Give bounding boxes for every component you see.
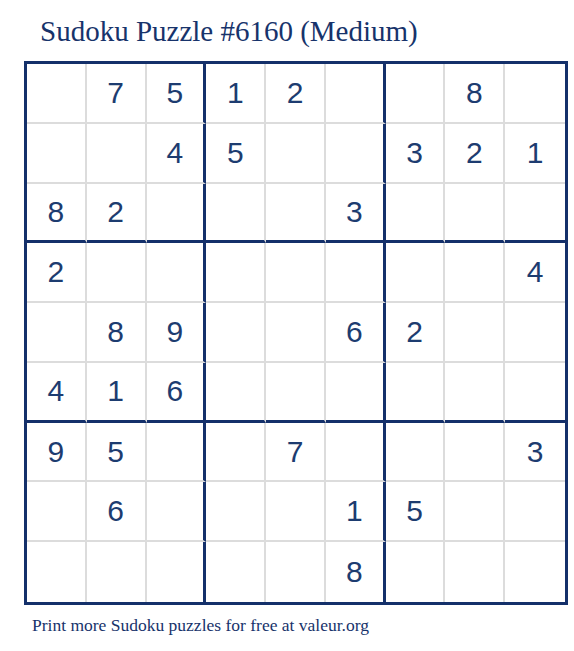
cell-r8c9 xyxy=(505,482,565,542)
cell-r6c3: 6 xyxy=(147,363,207,423)
cell-r1c8: 8 xyxy=(445,64,505,124)
cell-r8c1 xyxy=(27,482,87,542)
cell-r7c5: 7 xyxy=(266,423,326,483)
cell-r9c8 xyxy=(445,542,505,602)
cell-r3c2: 2 xyxy=(87,184,147,244)
cell-r8c7: 5 xyxy=(386,482,446,542)
cell-r3c8 xyxy=(445,184,505,244)
cell-r6c4 xyxy=(206,363,266,423)
cell-r6c7 xyxy=(386,363,446,423)
cell-r7c1: 9 xyxy=(27,423,87,483)
cell-r7c6 xyxy=(326,423,386,483)
cell-r5c2: 8 xyxy=(87,303,147,363)
cell-r9c6: 8 xyxy=(326,542,386,602)
cell-r2c8: 2 xyxy=(445,124,505,184)
cell-r3c7 xyxy=(386,184,446,244)
cell-r6c2: 1 xyxy=(87,363,147,423)
cell-r1c9 xyxy=(505,64,565,124)
cell-r3c6: 3 xyxy=(326,184,386,244)
cell-r5c5 xyxy=(266,303,326,363)
cell-r2c2 xyxy=(87,124,147,184)
cell-r1c2: 7 xyxy=(87,64,147,124)
cell-r7c3 xyxy=(147,423,207,483)
cell-r6c1: 4 xyxy=(27,363,87,423)
cell-r3c4 xyxy=(206,184,266,244)
cell-r1c7 xyxy=(386,64,446,124)
cell-r6c6 xyxy=(326,363,386,423)
cell-r4c6 xyxy=(326,243,386,303)
cell-r8c3 xyxy=(147,482,207,542)
cell-r4c8 xyxy=(445,243,505,303)
cell-r7c8 xyxy=(445,423,505,483)
cell-r7c4 xyxy=(206,423,266,483)
cell-r5c3: 9 xyxy=(147,303,207,363)
cell-r2c5 xyxy=(266,124,326,184)
cell-r4c1: 2 xyxy=(27,243,87,303)
cell-r7c7 xyxy=(386,423,446,483)
cell-r8c6: 1 xyxy=(326,482,386,542)
cell-r6c5 xyxy=(266,363,326,423)
cell-r4c3 xyxy=(147,243,207,303)
cell-r2c6 xyxy=(326,124,386,184)
cell-r5c6: 6 xyxy=(326,303,386,363)
cell-r8c2: 6 xyxy=(87,482,147,542)
cell-r9c2 xyxy=(87,542,147,602)
cell-r4c7 xyxy=(386,243,446,303)
cell-r4c2 xyxy=(87,243,147,303)
cell-r2c4: 5 xyxy=(206,124,266,184)
sudoku-board: 751284532182324896241695736158 xyxy=(24,61,568,605)
cell-r6c9 xyxy=(505,363,565,423)
page-title: Sudoku Puzzle #6160 (Medium) xyxy=(40,14,418,48)
cell-r1c6 xyxy=(326,64,386,124)
cell-r8c4 xyxy=(206,482,266,542)
cell-r9c1 xyxy=(27,542,87,602)
cell-r1c3: 5 xyxy=(147,64,207,124)
footer-text: Print more Sudoku puzzles for free at va… xyxy=(32,615,369,636)
cell-r5c9 xyxy=(505,303,565,363)
cell-r5c7: 2 xyxy=(386,303,446,363)
cell-r6c8 xyxy=(445,363,505,423)
cell-r1c5: 2 xyxy=(266,64,326,124)
cell-r7c9: 3 xyxy=(505,423,565,483)
cell-r1c4: 1 xyxy=(206,64,266,124)
cell-r9c5 xyxy=(266,542,326,602)
cell-r9c4 xyxy=(206,542,266,602)
cell-r3c5 xyxy=(266,184,326,244)
cell-r5c8 xyxy=(445,303,505,363)
cell-r1c1 xyxy=(27,64,87,124)
cell-r2c7: 3 xyxy=(386,124,446,184)
cell-r4c5 xyxy=(266,243,326,303)
cell-r4c4 xyxy=(206,243,266,303)
cell-r5c4 xyxy=(206,303,266,363)
cell-r9c9 xyxy=(505,542,565,602)
cell-r2c3: 4 xyxy=(147,124,207,184)
cell-r4c9: 4 xyxy=(505,243,565,303)
cell-r2c9: 1 xyxy=(505,124,565,184)
cell-r9c7 xyxy=(386,542,446,602)
cell-r9c3 xyxy=(147,542,207,602)
cell-r8c8 xyxy=(445,482,505,542)
cell-r5c1 xyxy=(27,303,87,363)
cell-r7c2: 5 xyxy=(87,423,147,483)
cell-r3c3 xyxy=(147,184,207,244)
cell-r3c1: 8 xyxy=(27,184,87,244)
cell-r3c9 xyxy=(505,184,565,244)
cell-r8c5 xyxy=(266,482,326,542)
cell-r2c1 xyxy=(27,124,87,184)
